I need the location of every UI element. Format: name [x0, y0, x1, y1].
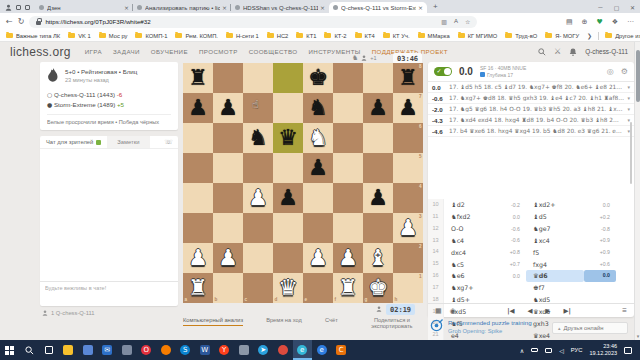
tab-close-icon[interactable]: × [418, 4, 423, 11]
friends-online-box[interactable]: ▴ Друзья онлайн [552, 322, 628, 334]
square-e1[interactable] [303, 273, 333, 303]
move-number: 13 [428, 235, 444, 247]
notification-center-icon[interactable] [624, 347, 632, 354]
square-e5[interactable]: ♟ [303, 153, 333, 183]
black-move[interactable]: ♚f7 [526, 284, 584, 291]
person-icon [361, 55, 367, 61]
bookmark-folder[interactable]: КТ-2 [324, 33, 346, 39]
url-text[interactable]: https://lichess.org/0TpJ0F3R/white#32 [45, 18, 150, 25]
tab-spectator-chat[interactable]: Чат для зрителей [40, 136, 107, 148]
black-knight: ♞ [243, 123, 273, 153]
maximize-icon[interactable]: ▢ [609, 4, 624, 11]
black-player-name[interactable]: Storm-Extreme (1489) [54, 101, 115, 108]
square-a4[interactable] [183, 183, 213, 213]
engine-depth: Глубина 17 [487, 72, 513, 79]
lichess-nav: ИГРАЗАДАЧИОБУЧЕНИЕПРОСМОТРСООБЩЕСТВОИНСТ… [85, 48, 361, 55]
black-move[interactable]: f5 [526, 249, 584, 256]
nav-item[interactable]: ИГРА [85, 48, 102, 55]
search-icon[interactable] [538, 48, 546, 56]
username-menu[interactable]: Q-chess-Q-111 [585, 48, 628, 55]
square-a1[interactable]: ♜ [183, 273, 213, 303]
nav-item[interactable]: ПРОСМОТР [199, 48, 238, 55]
header-right: ⚔ Q-chess-Q-111 [538, 47, 628, 56]
engine-line[interactable]: -2.017. ♞g5 ♛g6 18. h4 O-O 19. ♛b3 ♛h5 2… [428, 104, 634, 115]
taskbar-app-gray[interactable] [117, 340, 137, 360]
bookmark-label: VK 1 [78, 33, 91, 39]
page-scrollbar[interactable]: ▾ [634, 42, 640, 340]
square-c4[interactable]: ♟ [243, 183, 273, 213]
task-view-button[interactable] [39, 340, 59, 360]
white-player-name[interactable]: Q-chess-Q-111 (1443) [54, 91, 115, 98]
move-row: 11♞fxd20.0♝d5+0.2 [428, 211, 634, 223]
move-number: 12 [428, 223, 444, 235]
taskbar-apps: ✉OSWY➤eeC [59, 340, 352, 360]
white-move[interactable]: ♞fxd2 [444, 213, 498, 220]
bookmark-label: Важные типа ЛК [16, 33, 60, 39]
folder-icon [324, 33, 331, 38]
engine-lines: 0.017. ♝d5 h5 18. c5 ♝d7 19. ♞xg7+ ♚f8 2… [428, 82, 634, 137]
square-f4[interactable] [333, 183, 363, 213]
next-move-button[interactable]: ▶ [546, 307, 551, 315]
line-eval: 0.0 [432, 84, 449, 91]
board-tab[interactable]: Счёт [325, 317, 338, 325]
bookmark-label: КОМП-1 [145, 33, 167, 39]
square-g7[interactable]: ♟ [363, 93, 393, 123]
tab-close-icon[interactable]: × [124, 4, 129, 11]
square-b3[interactable] [213, 213, 243, 243]
square-f8[interactable] [333, 63, 363, 93]
white-move[interactable]: ♞c5 [444, 261, 498, 268]
square-a7[interactable]: ♟ [183, 93, 213, 123]
tab-close-icon[interactable]: × [222, 4, 227, 11]
square-e2[interactable]: ♟ [303, 243, 333, 273]
square-d5[interactable] [273, 153, 303, 183]
tray-date: 19.12.2023 [589, 350, 617, 357]
tab-favicon-icon [137, 5, 142, 10]
browser-essentials-icon[interactable]: ♥ [596, 18, 602, 26]
tray-chevron-icon[interactable]: ∧ [520, 347, 524, 354]
square-g6[interactable] [363, 123, 393, 153]
tab-notes[interactable]: Заметки [107, 136, 149, 148]
move-number: 17 [428, 282, 444, 294]
square-b5[interactable] [213, 153, 243, 183]
settings-gear-icon[interactable]: ⚙ [621, 67, 628, 76]
square-g5[interactable] [363, 153, 393, 183]
black-pawn: ♟ [363, 183, 393, 213]
shield-icon[interactable]: ❖ [612, 18, 618, 26]
tab-title: Анализировать партию • liche… [145, 5, 220, 11]
app-gray-icon [122, 345, 132, 355]
engine-line[interactable]: -4.317. ♞xd4 exd4 18. hxg4 ♜d8 19. b4 O-… [428, 115, 634, 126]
square-f1[interactable]: ♜ [333, 273, 363, 303]
white-move[interactable]: ♞e6 [444, 272, 498, 279]
white-move-eval: +0.8 [498, 249, 526, 255]
square-c6[interactable]: ♞ [243, 123, 273, 153]
under-board-tabs: Компьютерный анализВремя на ходСчётПодел… [183, 317, 423, 331]
keyboard-language[interactable]: РУС [571, 347, 583, 353]
white-move[interactable]: O-O [444, 225, 498, 232]
black-move[interactable]: ♛d6 [526, 270, 584, 282]
white-pawn: ♟ [213, 243, 243, 273]
chat-messages [40, 149, 178, 281]
browser-tab[interactable]: Дзен× [35, 2, 133, 13]
line-eval: -4.3 [432, 117, 449, 124]
square-d4[interactable]: ♟ [273, 183, 303, 213]
expand-line-icon[interactable]: ▾ [627, 84, 630, 90]
square-e4[interactable] [303, 183, 333, 213]
browser-tab-bar: Дзен×Анализировать партию • liche…×HDSSh… [0, 0, 640, 13]
browser-tab-strip: Дзен×Анализировать партию • liche…×HDSSh… [35, 2, 427, 13]
analysis-board-icon[interactable]: ▦ [435, 307, 442, 315]
new-tab-button[interactable]: + [427, 2, 444, 13]
engine-name: SF 16 · 40MB NNUE [480, 65, 526, 72]
square-c3[interactable] [243, 213, 273, 243]
taskbar-app-gray-2[interactable] [234, 340, 254, 360]
bookmark-folder[interactable]: Рем. КОМП. [175, 33, 217, 39]
desktop: Дзен×Анализировать партию • liche…×HDSSh… [0, 0, 640, 360]
black-player-bar: ♞ +1 [352, 54, 377, 62]
challenges-icon[interactable]: ⚔ [554, 47, 561, 56]
taskbar-firefox[interactable] [156, 340, 176, 360]
square-b8[interactable] [213, 63, 243, 93]
browser-tab[interactable]: Анализировать партию • liche…× [133, 2, 231, 13]
engine-header-icons: ◎ ⚙ [607, 67, 628, 76]
black-move-eval: +0.6 [584, 261, 616, 267]
square-a6[interactable] [183, 123, 213, 153]
chat-status-icon [96, 140, 101, 145]
prev-move-button[interactable]: ◀ [528, 307, 533, 315]
taskbar-opera[interactable]: O [137, 340, 157, 360]
move-row: 13♞c4-0.6♝xc4+0.9 [428, 235, 634, 247]
white-rook: ♜ [333, 273, 363, 303]
black-move-eval: +0.2 [584, 214, 616, 220]
square-e8[interactable]: ♚ [303, 63, 333, 93]
puzzle-target-icon [430, 319, 443, 332]
bookmark-folder[interactable]: КТ4 [355, 33, 375, 39]
square-d6[interactable]: ♛ [273, 123, 303, 153]
tray-clock[interactable]: 23:46 19.12.2023 [589, 343, 617, 358]
black-king: ♚ [303, 63, 333, 93]
engine-header: ✓ 0.0 SF 16 · 40MB NNUE Глубина 17 ◎ ⚙ [428, 62, 634, 82]
square-b1[interactable] [213, 273, 243, 303]
collections-icon[interactable]: ▤ [566, 18, 573, 26]
square-a2[interactable]: ♟ [183, 243, 213, 273]
browser-tab[interactable]: Q-chess-Q-111 vs Storm-Extre…× [329, 2, 427, 13]
browser-extension-icon[interactable]: ⊕ [582, 18, 588, 26]
white-move[interactable]: ♞c4 [444, 237, 498, 244]
black-pawn: ♟ [303, 153, 333, 183]
square-b6[interactable] [213, 123, 243, 153]
taskbar-file-explorer[interactable] [59, 340, 79, 360]
white-move-eval: 0.0 [498, 273, 526, 279]
square-d8[interactable] [273, 63, 303, 93]
white-move-eval: -0.2 [498, 202, 526, 208]
white-pawn: ♟ [303, 243, 333, 273]
bookmark-folder[interactable]: Н-сети 1 [226, 33, 259, 39]
line-eval: -2.0 [432, 106, 449, 113]
white-move-eval: +0.7 [498, 261, 526, 267]
blitz-flame-icon [47, 68, 59, 85]
file-explorer-icon [63, 345, 73, 355]
square-g8[interactable] [363, 63, 393, 93]
taskbar-skype[interactable]: S [176, 340, 196, 360]
spectator-list: 1 Q-chess-Q-111 [42, 310, 95, 316]
bookmark-label: Рем. КОМП. [185, 33, 217, 39]
square-f6[interactable] [333, 123, 363, 153]
bookmark-folder[interactable]: КОМП-1 [135, 33, 167, 39]
notifications-bell-icon[interactable] [569, 48, 577, 56]
bookmark-label: КТ-2 [334, 33, 346, 39]
nav-item[interactable]: СООБЩЕСТВО [249, 48, 298, 55]
board-tab[interactable]: Время на ход [266, 317, 302, 325]
file-coord: a [185, 297, 188, 302]
more-menu-icon[interactable]: ⋯ [627, 18, 634, 26]
scrollbar-down-icon[interactable]: ▾ [635, 333, 640, 339]
black-move[interactable]: ♝xc4 [526, 237, 584, 244]
chat-panel: Чат для зрителей Заметки ☏ [40, 136, 178, 306]
taskbar-mail[interactable]: ✉ [98, 340, 118, 360]
move-list: 10♝d2-0.2♝xd2+0.011♞fxd20.0♝d5+0.212O-O-… [428, 199, 634, 360]
bookmark-folder[interactable]: Труд-вО [505, 33, 537, 39]
chess-board[interactable]: ♜♚♜♟♟♞♟♟♞♛♞♟♟♟♟♟♟♟♟♟♝♜♛♜♚a8b7c6d5e4f3g2h… [183, 63, 423, 303]
move-row: 14dxc4+0.8f5+0.9 [428, 246, 634, 258]
tab-search-icon[interactable] [16, 5, 21, 10]
bookmark-label: НС2 [277, 33, 289, 39]
white-dot-icon: ○ [47, 91, 52, 98]
white-king: ♚ [363, 273, 393, 303]
nav-item[interactable]: ОБУЧЕНИЕ [151, 48, 188, 55]
rank-coord: 5 [419, 154, 422, 159]
folder-icon [296, 33, 303, 38]
black-pawn: ♟ [183, 93, 213, 123]
square-d1[interactable]: ♛ [273, 273, 303, 303]
board-tab[interactable]: Компьютерный анализ [183, 317, 243, 326]
black-move[interactable]: ♞ge7 [526, 225, 584, 232]
square-b4[interactable] [213, 183, 243, 213]
square-g3[interactable] [363, 213, 393, 243]
practice-icon[interactable]: ◎ [607, 67, 614, 76]
square-a3[interactable] [183, 213, 213, 243]
mail-icon: ✉ [102, 345, 112, 355]
opera-icon: O [141, 345, 151, 355]
vertical-tabs-icon[interactable] [25, 5, 30, 10]
time-control: 5+0 • Рейтинговая • Блиц [65, 68, 137, 75]
volume-icon[interactable]: ◁ [559, 347, 564, 354]
spectator-count: +1 [370, 55, 376, 61]
expand-line-icon[interactable]: ▾ [627, 106, 630, 112]
white-move[interactable]: ♞xg7+ [444, 284, 498, 291]
taskbar-search[interactable] [20, 340, 40, 360]
taskbar-yandex-browser[interactable]: Y [215, 340, 235, 360]
scrollbar-thumb[interactable] [636, 50, 640, 102]
nav-item[interactable]: ЗАДАЧИ [113, 48, 140, 55]
folder-icon [545, 33, 552, 38]
divider [598, 32, 599, 40]
puzzle-recommendation[interactable]: Recommended puzzle training Grob Opening… [430, 319, 532, 334]
bookmark-label: Н-сети 1 [236, 33, 259, 39]
start-button[interactable] [0, 340, 20, 360]
bookmark-folder[interactable]: VK 1 [68, 33, 91, 39]
file-coord: f [335, 297, 337, 302]
chat-input[interactable] [40, 285, 178, 291]
file-coord: d [275, 297, 278, 302]
memory-icon [480, 72, 485, 77]
browser-toolbar-icons: ▤ ⊕ ♥ ❖ ⋯ [566, 18, 634, 26]
move-list-scrollbar[interactable] [630, 122, 633, 184]
black-player-row[interactable]: ● Storm-Extreme (1489) +5 [47, 100, 171, 110]
spectator-names[interactable]: 1 Q-chess-Q-111 [51, 310, 95, 316]
bookmarks-overflow: ❯ Другое избранное [587, 32, 640, 40]
black-move[interactable]: ♝xd2+ [526, 201, 584, 208]
browser-profile-area [0, 4, 35, 13]
bookmark-label: Мос ру [109, 33, 128, 39]
folder-icon [383, 33, 390, 38]
move-row: 12O-O-0.6♞ge7-0.8 [428, 223, 634, 235]
square-d2[interactable] [273, 243, 303, 273]
menu-icon[interactable]: ≡ [622, 306, 627, 315]
square-g4[interactable]: ♟ [363, 183, 393, 213]
square-f2[interactable]: ♟ [333, 243, 363, 273]
chat-tab-label: Чат для зрителей [46, 139, 93, 145]
folder-icon [355, 33, 362, 38]
tab-close-icon[interactable]: × [320, 4, 325, 11]
bookmark-folder[interactable]: Важные типа ЛК [6, 33, 60, 39]
white-move-eval: 0.0 [498, 214, 526, 220]
black-knight: ♞ [303, 93, 333, 123]
black-move-eval: +0.9 [584, 237, 616, 243]
person-icon [42, 310, 48, 316]
square-g2[interactable]: ♝ [363, 243, 393, 273]
chat-input-row [40, 281, 178, 294]
white-clock: 02:19 [386, 304, 415, 315]
line-eval: -4.6 [432, 128, 449, 135]
phone-icon[interactable]: ☏ [164, 138, 173, 146]
bookmark-folder[interactable]: КТ Уч. [383, 33, 410, 39]
close-icon[interactable]: ✕ [625, 4, 640, 11]
taskbar-app-c[interactable]: C [332, 340, 352, 360]
white-move[interactable]: ♝d2 [444, 201, 498, 208]
edge-icon: e [297, 345, 307, 355]
square-f5[interactable] [333, 153, 363, 183]
taskbar: ✉OSWY➤eeC ∧ ◁ РУС 23:46 19.12.2023 [0, 340, 640, 360]
taskbar-word[interactable]: W [195, 340, 215, 360]
rank-coord: 8 [419, 64, 422, 69]
taskbar-edge-2[interactable]: e [312, 340, 332, 360]
tab-title: HDSShan vs Q-chess-Q-111: 5… [243, 5, 318, 11]
square-d3[interactable] [273, 213, 303, 243]
square-b2[interactable]: ♟ [213, 243, 243, 273]
square-e3[interactable] [303, 213, 333, 243]
bookmark-folder[interactable]: Мос ру [99, 33, 128, 39]
split-screen-icon[interactable]: ▥ [441, 18, 447, 25]
square-d7[interactable] [273, 93, 303, 123]
file-coord: e [305, 297, 308, 302]
black-pawn: ♟ [273, 183, 303, 213]
rank-coord: 1 [419, 274, 422, 279]
last-move-button[interactable]: ▶| [564, 307, 571, 315]
engine-line[interactable]: -0.617. ♞xg7+ ♚d8 18. ♛h5 gxh3 19. ♝e4 ♝… [428, 93, 634, 104]
file-coord: g [365, 297, 368, 302]
minimize-icon[interactable]: ─ [593, 4, 608, 11]
taskbar-telegram[interactable]: ➤ [254, 340, 274, 360]
black-dot-icon: ● [47, 101, 52, 108]
file-coord: c [245, 297, 248, 302]
other-favorites-folder[interactable]: Другое избранное [605, 33, 640, 39]
profile-icon[interactable] [5, 4, 12, 11]
square-a5[interactable] [183, 153, 213, 183]
tab-favicon-icon [39, 5, 44, 10]
square-f3[interactable] [333, 213, 363, 243]
bookmark-folder[interactable]: Я- МОГУ [545, 33, 579, 39]
line-moves: 17. ♞xg7+ ♚d8 18. ♛h5 gxh3 19. ♝e4 ♝c7 2… [449, 95, 625, 101]
move-row: 10♝d2-0.2♝xd2+0.0 [428, 199, 634, 211]
person-icon [376, 306, 382, 312]
bookmark-folder[interactable]: КТ1 [296, 33, 316, 39]
square-e6[interactable]: ♞ [303, 123, 333, 153]
bookmarks-overflow-icon[interactable]: ❯ [587, 32, 592, 39]
square-c8[interactable] [243, 63, 273, 93]
folder-icon [505, 33, 512, 38]
white-knight: ♞ [303, 123, 333, 153]
square-c5[interactable] [243, 153, 273, 183]
bookmark-folder[interactable]: ММарка [418, 33, 450, 39]
white-pawn: ♟ [183, 243, 213, 273]
square-b7[interactable]: ♟ [213, 93, 243, 123]
square-a8[interactable]: ♜ [183, 63, 213, 93]
expand-line-icon[interactable]: ▾ [627, 95, 630, 101]
battery-icon[interactable] [531, 348, 538, 352]
browser-tab[interactable]: HDSShan vs Q-chess-Q-111: 5…× [231, 2, 329, 13]
read-aloud-icon[interactable]: A [454, 18, 458, 25]
taskbar-edge[interactable]: e [293, 340, 313, 360]
bookmark-folder[interactable]: КГ МГИМО [458, 33, 498, 39]
url-field[interactable]: https://lichess.org/0TpJ0F3R/white#32 ▥ … [29, 16, 477, 28]
bookmark-folder[interactable]: НС2 [267, 33, 289, 39]
puzzle-opening[interactable]: Grob Opening: Spike [448, 328, 532, 334]
lichess-logo[interactable]: lichess.org [10, 45, 71, 59]
puzzle-title[interactable]: Recommended puzzle training [448, 319, 532, 326]
engine-line[interactable]: 0.017. ♝d5 h5 18. c5 ♝d7 19. ♞xg7+ ♚f8 2… [428, 82, 634, 93]
square-f7[interactable] [333, 93, 363, 123]
favorite-star-icon[interactable]: ☆ [465, 18, 470, 25]
square-c2[interactable] [243, 243, 273, 273]
skype-icon: S [180, 345, 190, 355]
black-move[interactable]: ♝d5 [526, 213, 584, 220]
white-queen: ♛ [273, 273, 303, 303]
square-g1[interactable]: ♚ [363, 273, 393, 303]
folder-icon [267, 33, 274, 38]
firefox-icon [161, 345, 171, 355]
black-move-eval: +0.9 [584, 249, 616, 255]
back-icon[interactable]: ← [6, 17, 13, 26]
taskbar-chrome[interactable] [273, 340, 293, 360]
first-move-button[interactable]: |◀ [507, 307, 514, 315]
taskbar-photos[interactable] [78, 340, 98, 360]
white-player-row[interactable]: ○ Q-chess-Q-111 (1443) -6 [47, 90, 171, 100]
white-move[interactable]: dxc4 [444, 249, 498, 256]
square-c1[interactable] [243, 273, 273, 303]
black-move[interactable]: fxg4 [526, 261, 584, 268]
move-number: 16 [428, 270, 444, 282]
move-number: 10 [428, 199, 444, 211]
square-e7[interactable]: ♞ [303, 93, 333, 123]
engine-line[interactable]: -4.617. b4 ♛xe6 18. hxg4 ♛xg4 19. b5 ♞d8… [428, 126, 634, 137]
board-tab[interactable]: Поделиться и экспортировать [361, 317, 423, 331]
tab-favicon-icon [333, 5, 338, 10]
reload-icon[interactable]: ↻ [18, 17, 25, 26]
network-icon[interactable] [545, 348, 552, 353]
engine-toggle[interactable]: ✓ [434, 67, 452, 76]
